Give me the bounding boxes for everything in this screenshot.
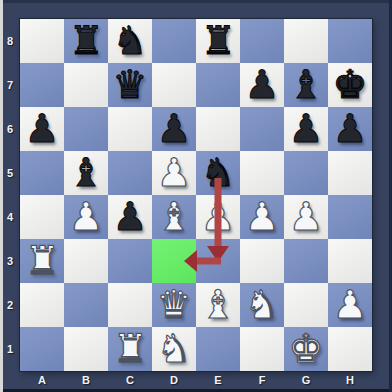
- square-f4[interactable]: ♟: [240, 195, 284, 239]
- chess-board[interactable]: ♜♞♜♛♟♝♚♟♟♟♟♝♟♞♟♟♝♟♟♟♜♛♝♞♟♜♞♚: [20, 19, 372, 371]
- piece-white-pawn[interactable]: ♟: [152, 151, 196, 195]
- square-d3[interactable]: [152, 239, 196, 283]
- square-a5[interactable]: [20, 151, 64, 195]
- frame-edge-left: [0, 0, 3, 392]
- piece-black-knight[interactable]: ♞: [108, 19, 152, 63]
- square-b1[interactable]: [64, 327, 108, 371]
- file-label-c: C: [108, 371, 152, 389]
- square-b8[interactable]: ♜: [64, 19, 108, 63]
- square-f5[interactable]: [240, 151, 284, 195]
- piece-black-queen[interactable]: ♛: [108, 63, 152, 107]
- square-c7[interactable]: ♛: [108, 63, 152, 107]
- piece-black-bishop[interactable]: ♝: [284, 63, 328, 107]
- file-label-f: F: [240, 371, 284, 389]
- square-g2[interactable]: [284, 283, 328, 327]
- file-label-e: E: [196, 371, 240, 389]
- square-f2[interactable]: ♞: [240, 283, 284, 327]
- piece-black-pawn[interactable]: ♟: [240, 63, 284, 107]
- square-f7[interactable]: ♟: [240, 63, 284, 107]
- rank-label-6: 6: [0, 107, 20, 151]
- rank-labels: 87654321: [0, 19, 20, 371]
- square-d5[interactable]: ♟: [152, 151, 196, 195]
- square-a2[interactable]: [20, 283, 64, 327]
- square-d1[interactable]: ♞: [152, 327, 196, 371]
- square-c5[interactable]: [108, 151, 152, 195]
- chess-board-frame: 87654321 ♜♞♜♛♟♝♚♟♟♟♟♝♟♞♟♟♝♟♟♟♜♛♝♞♟♜♞♚ AB…: [0, 0, 392, 392]
- square-g8[interactable]: [284, 19, 328, 63]
- square-g3[interactable]: [284, 239, 328, 283]
- piece-black-rook[interactable]: ♜: [196, 19, 240, 63]
- square-b3[interactable]: [64, 239, 108, 283]
- square-d8[interactable]: [152, 19, 196, 63]
- square-f1[interactable]: [240, 327, 284, 371]
- square-e4[interactable]: ♟: [196, 195, 240, 239]
- piece-black-king[interactable]: ♚: [328, 63, 372, 107]
- square-f8[interactable]: [240, 19, 284, 63]
- square-h1[interactable]: [328, 327, 372, 371]
- piece-white-knight[interactable]: ♞: [152, 327, 196, 371]
- square-a3[interactable]: ♜: [20, 239, 64, 283]
- rank-label-7: 7: [0, 63, 20, 107]
- file-label-a: A: [20, 371, 64, 389]
- square-c6[interactable]: [108, 107, 152, 151]
- frame-edge-top: [0, 0, 392, 3]
- square-h8[interactable]: [328, 19, 372, 63]
- square-c3[interactable]: [108, 239, 152, 283]
- piece-white-pawn[interactable]: ♟: [196, 195, 240, 239]
- square-a1[interactable]: [20, 327, 64, 371]
- square-c2[interactable]: [108, 283, 152, 327]
- square-h7[interactable]: ♚: [328, 63, 372, 107]
- piece-white-pawn[interactable]: ♟: [240, 195, 284, 239]
- square-e1[interactable]: [196, 327, 240, 371]
- square-g7[interactable]: ♝: [284, 63, 328, 107]
- piece-black-knight[interactable]: ♞: [196, 151, 240, 195]
- piece-white-pawn[interactable]: ♟: [328, 283, 372, 327]
- square-g6[interactable]: ♟: [284, 107, 328, 151]
- piece-white-bishop[interactable]: ♝: [152, 195, 196, 239]
- piece-white-queen[interactable]: ♛: [152, 283, 196, 327]
- square-c4[interactable]: ♟: [108, 195, 152, 239]
- square-h6[interactable]: ♟: [328, 107, 372, 151]
- square-b7[interactable]: [64, 63, 108, 107]
- square-b4[interactable]: ♟: [64, 195, 108, 239]
- square-g4[interactable]: ♟: [284, 195, 328, 239]
- square-b6[interactable]: [64, 107, 108, 151]
- square-d4[interactable]: ♝: [152, 195, 196, 239]
- piece-black-rook[interactable]: ♜: [64, 19, 108, 63]
- square-f3[interactable]: [240, 239, 284, 283]
- piece-white-rook[interactable]: ♜: [108, 327, 152, 371]
- square-h2[interactable]: ♟: [328, 283, 372, 327]
- piece-white-knight[interactable]: ♞: [240, 283, 284, 327]
- rank-label-8: 8: [0, 19, 20, 63]
- square-a4[interactable]: [20, 195, 64, 239]
- square-d7[interactable]: [152, 63, 196, 107]
- rank-label-4: 4: [0, 195, 20, 239]
- square-e6[interactable]: [196, 107, 240, 151]
- piece-black-pawn[interactable]: ♟: [284, 107, 328, 151]
- square-h5[interactable]: [328, 151, 372, 195]
- piece-black-bishop[interactable]: ♝: [64, 151, 108, 195]
- piece-black-pawn[interactable]: ♟: [152, 107, 196, 151]
- file-label-b: B: [64, 371, 108, 389]
- square-b5[interactable]: ♝: [64, 151, 108, 195]
- file-label-h: H: [328, 371, 372, 389]
- file-labels: ABCDEFGH: [20, 371, 372, 389]
- piece-white-bishop[interactable]: ♝: [196, 283, 240, 327]
- piece-white-pawn[interactable]: ♟: [64, 195, 108, 239]
- rank-label-1: 1: [0, 327, 20, 371]
- square-b2[interactable]: [64, 283, 108, 327]
- rank-label-5: 5: [0, 151, 20, 195]
- square-h4[interactable]: [328, 195, 372, 239]
- square-a6[interactable]: ♟: [20, 107, 64, 151]
- square-e5[interactable]: ♞: [196, 151, 240, 195]
- piece-white-pawn[interactable]: ♟: [284, 195, 328, 239]
- square-g5[interactable]: [284, 151, 328, 195]
- square-f6[interactable]: [240, 107, 284, 151]
- square-g1[interactable]: ♚: [284, 327, 328, 371]
- square-a8[interactable]: [20, 19, 64, 63]
- piece-black-pawn[interactable]: ♟: [108, 195, 152, 239]
- file-label-d: D: [152, 371, 196, 389]
- square-e7[interactable]: [196, 63, 240, 107]
- rank-label-2: 2: [0, 283, 20, 327]
- piece-white-rook[interactable]: ♜: [20, 239, 64, 283]
- square-h3[interactable]: [328, 239, 372, 283]
- file-label-g: G: [284, 371, 328, 389]
- square-e2[interactable]: ♝: [196, 283, 240, 327]
- square-c1[interactable]: ♜: [108, 327, 152, 371]
- piece-white-king[interactable]: ♚: [284, 327, 328, 371]
- square-a7[interactable]: [20, 63, 64, 107]
- square-c8[interactable]: ♞: [108, 19, 152, 63]
- square-d2[interactable]: ♛: [152, 283, 196, 327]
- square-e8[interactable]: ♜: [196, 19, 240, 63]
- piece-black-pawn[interactable]: ♟: [20, 107, 64, 151]
- piece-black-pawn[interactable]: ♟: [328, 107, 372, 151]
- rank-label-3: 3: [0, 239, 20, 283]
- square-e3[interactable]: [196, 239, 240, 283]
- square-d6[interactable]: ♟: [152, 107, 196, 151]
